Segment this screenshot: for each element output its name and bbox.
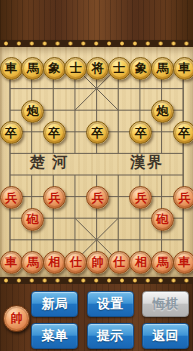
piece-black-象[interactable]: 象 [129,57,152,80]
piece-red-帥[interactable]: 帥 [86,251,109,274]
piece-red-相[interactable]: 相 [43,251,66,274]
piece-black-馬[interactable]: 馬 [151,57,174,80]
piece-red-仕[interactable]: 仕 [108,251,131,274]
piece-red-砲[interactable]: 砲 [151,208,174,231]
piece-black-象[interactable]: 象 [43,57,66,80]
piece-black-士[interactable]: 士 [108,57,131,80]
bottom-stud-strip [0,277,193,284]
xiangqi-board[interactable]: 楚河 漢界 車馬象士将士象馬車炮炮卒卒卒卒卒兵兵兵兵兵砲砲車馬相仕帥仕相馬車 [0,47,193,277]
piece-red-馬[interactable]: 馬 [151,251,174,274]
piece-black-車[interactable]: 車 [0,57,23,80]
piece-black-炮[interactable]: 炮 [21,100,44,123]
piece-black-車[interactable]: 車 [173,57,193,80]
piece-red-兵[interactable]: 兵 [0,186,23,209]
piece-red-兵[interactable]: 兵 [43,186,66,209]
piece-red-車[interactable]: 車 [173,251,193,274]
turn-indicator: 帥 [3,305,30,332]
button-new-game[interactable]: 新局 [31,291,78,317]
xiangqi-app: 楚河 漢界 車馬象士将士象馬車炮炮卒卒卒卒卒兵兵兵兵兵砲砲車馬相仕帥仕相馬車 帥… [0,0,193,351]
button-hint[interactable]: 提示 [87,323,134,349]
river-label-left: 楚河 [30,153,74,172]
button-settings[interactable]: 设置 [87,291,134,317]
piece-black-士[interactable]: 士 [64,57,87,80]
button-menu[interactable]: 菜单 [31,323,78,349]
button-grid: 新局 设置 悔棋 菜单 提示 返回 [31,291,189,349]
piece-red-車[interactable]: 車 [0,251,23,274]
piece-black-卒[interactable]: 卒 [0,121,23,144]
piece-red-兵[interactable]: 兵 [173,186,193,209]
piece-black-炮[interactable]: 炮 [151,100,174,123]
piece-black-卒[interactable]: 卒 [173,121,193,144]
piece-red-馬[interactable]: 馬 [21,251,44,274]
control-panel: 帥 新局 设置 悔棋 菜单 提示 返回 [0,284,193,351]
board-grid [0,47,193,277]
piece-red-砲[interactable]: 砲 [21,208,44,231]
button-undo[interactable]: 悔棋 [142,291,189,317]
piece-black-馬[interactable]: 馬 [21,57,44,80]
piece-black-卒[interactable]: 卒 [43,121,66,144]
river-label-right: 漢界 [130,153,164,172]
top-wood-panel [0,0,193,40]
turn-indicator-glyph: 帥 [11,310,23,327]
button-back[interactable]: 返回 [142,323,189,349]
piece-black-将[interactable]: 将 [86,57,109,80]
top-stud-strip [0,40,193,47]
